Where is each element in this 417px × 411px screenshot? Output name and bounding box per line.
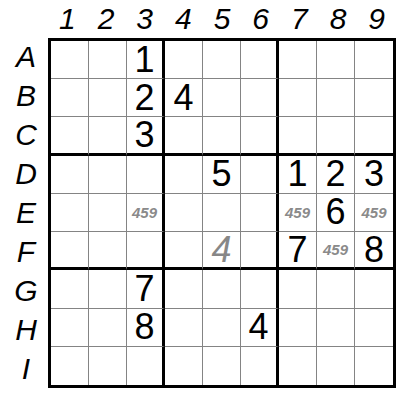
given-digit: 2	[325, 156, 345, 192]
cell-D7[interactable]: 1	[279, 156, 317, 194]
cell-C9[interactable]	[355, 117, 393, 155]
cell-F9[interactable]: 8	[355, 232, 393, 270]
cell-I2[interactable]	[89, 347, 127, 385]
cell-E4[interactable]	[165, 194, 203, 232]
cell-E2[interactable]	[89, 194, 127, 232]
cell-F5[interactable]: 4	[203, 232, 241, 270]
candidate-digits: 459	[323, 242, 348, 257]
cell-I5[interactable]	[203, 347, 241, 385]
cell-C6[interactable]	[241, 117, 279, 155]
cell-B9[interactable]	[355, 79, 393, 117]
row-label-H: H	[0, 310, 46, 349]
cell-D9[interactable]: 3	[355, 156, 393, 194]
cell-H1[interactable]	[51, 309, 89, 347]
cell-F3[interactable]	[127, 232, 165, 270]
cell-D2[interactable]	[89, 156, 127, 194]
cell-D4[interactable]	[165, 156, 203, 194]
row-label-C: C	[0, 116, 46, 155]
column-labels: 1 2 3 4 5 6 7 8 9	[48, 0, 396, 36]
col-label-7: 7	[280, 0, 319, 36]
row-label-G: G	[0, 271, 46, 310]
given-digit: 8	[364, 232, 384, 268]
sudoku-board: 124351234594596459474598784	[48, 38, 396, 388]
cell-D6[interactable]	[241, 156, 279, 194]
given-digit: 2	[134, 80, 154, 116]
cell-B6[interactable]	[241, 79, 279, 117]
cell-H6[interactable]: 4	[241, 309, 279, 347]
cell-F7[interactable]: 7	[279, 232, 317, 270]
given-digit: 7	[134, 271, 154, 307]
cell-F6[interactable]	[241, 232, 279, 270]
candidate-digits: 459	[285, 205, 310, 220]
col-label-1: 1	[48, 0, 87, 36]
row-labels: A B C D E F G H I	[0, 38, 46, 388]
col-label-3: 3	[125, 0, 164, 36]
cell-G5[interactable]	[203, 270, 241, 308]
cell-G8[interactable]	[317, 270, 355, 308]
given-digit: 7	[287, 232, 307, 268]
cell-H5[interactable]	[203, 309, 241, 347]
cell-A7[interactable]	[279, 41, 317, 79]
cell-I8[interactable]	[317, 347, 355, 385]
cell-A1[interactable]	[51, 41, 89, 79]
row-label-E: E	[0, 194, 46, 233]
cell-B3[interactable]: 2	[127, 79, 165, 117]
cell-C5[interactable]	[203, 117, 241, 155]
cell-C1[interactable]	[51, 117, 89, 155]
given-digit: 1	[134, 42, 154, 78]
cell-C4[interactable]	[165, 117, 203, 155]
given-digit: 3	[364, 156, 384, 192]
row-label-B: B	[0, 77, 46, 116]
cell-B8[interactable]	[317, 79, 355, 117]
given-digit: 4	[248, 309, 268, 345]
candidate-digits: 459	[132, 205, 157, 220]
cell-D5[interactable]: 5	[203, 156, 241, 194]
sudoku-puzzle: 1 2 3 4 5 6 7 8 9 A B C D E F G H I 1243…	[0, 0, 417, 411]
row-label-A: A	[0, 38, 46, 77]
cell-G7[interactable]	[279, 270, 317, 308]
cell-A3[interactable]: 1	[127, 41, 165, 79]
cell-I7[interactable]	[279, 347, 317, 385]
given-digit: 8	[134, 309, 154, 345]
cell-E3[interactable]: 459	[127, 194, 165, 232]
cell-D3[interactable]	[127, 156, 165, 194]
cell-C7[interactable]	[279, 117, 317, 155]
cell-C2[interactable]	[89, 117, 127, 155]
given-digit: 3	[134, 117, 154, 153]
col-label-6: 6	[241, 0, 280, 36]
cell-F2[interactable]	[89, 232, 127, 270]
cell-H9[interactable]	[355, 309, 393, 347]
cell-B2[interactable]	[89, 79, 127, 117]
cell-E6[interactable]	[241, 194, 279, 232]
col-label-5: 5	[203, 0, 242, 36]
row-label-F: F	[0, 232, 46, 271]
cell-H8[interactable]	[317, 309, 355, 347]
cell-D1[interactable]	[51, 156, 89, 194]
cell-E5[interactable]	[203, 194, 241, 232]
cell-G9[interactable]	[355, 270, 393, 308]
cell-E9[interactable]: 459	[355, 194, 393, 232]
cell-G4[interactable]	[165, 270, 203, 308]
cell-I6[interactable]	[241, 347, 279, 385]
cell-A8[interactable]	[317, 41, 355, 79]
row-label-I: I	[0, 349, 46, 388]
given-digit: 5	[211, 156, 231, 192]
cell-G6[interactable]	[241, 270, 279, 308]
cell-B1[interactable]	[51, 79, 89, 117]
entered-digit: 4	[211, 232, 231, 268]
cell-B7[interactable]	[279, 79, 317, 117]
cell-G2[interactable]	[89, 270, 127, 308]
cell-B5[interactable]	[203, 79, 241, 117]
cell-F1[interactable]	[51, 232, 89, 270]
cell-A5[interactable]	[203, 41, 241, 79]
cell-H2[interactable]	[89, 309, 127, 347]
cell-A4[interactable]	[165, 41, 203, 79]
cell-C3[interactable]: 3	[127, 117, 165, 155]
cell-H3[interactable]: 8	[127, 309, 165, 347]
cell-E7[interactable]: 459	[279, 194, 317, 232]
cell-F8[interactable]: 459	[317, 232, 355, 270]
cell-E1[interactable]	[51, 194, 89, 232]
col-label-2: 2	[87, 0, 126, 36]
cell-I3[interactable]	[127, 347, 165, 385]
cell-H4[interactable]	[165, 309, 203, 347]
cell-A2[interactable]	[89, 41, 127, 79]
cell-A6[interactable]	[241, 41, 279, 79]
cell-H7[interactable]	[279, 309, 317, 347]
cell-E8[interactable]: 6	[317, 194, 355, 232]
cell-G3[interactable]: 7	[127, 270, 165, 308]
cell-F4[interactable]	[165, 232, 203, 270]
row-label-D: D	[0, 155, 46, 194]
cell-C8[interactable]	[317, 117, 355, 155]
col-label-9: 9	[357, 0, 396, 36]
given-digit: 1	[287, 156, 307, 192]
cell-B4[interactable]: 4	[165, 79, 203, 117]
col-label-4: 4	[164, 0, 203, 36]
cell-I9[interactable]	[355, 347, 393, 385]
candidate-digits: 459	[361, 205, 386, 220]
cell-G1[interactable]	[51, 270, 89, 308]
cell-I4[interactable]	[165, 347, 203, 385]
col-label-8: 8	[319, 0, 358, 36]
cell-I1[interactable]	[51, 347, 89, 385]
cell-D8[interactable]: 2	[317, 156, 355, 194]
given-digit: 6	[325, 194, 345, 230]
given-digit: 4	[173, 80, 193, 116]
cell-A9[interactable]	[355, 41, 393, 79]
